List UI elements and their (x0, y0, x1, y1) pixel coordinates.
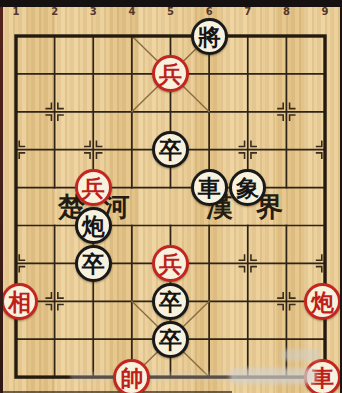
piece-black-soldier[interactable]: 卒 (152, 131, 189, 168)
file-label-3: 3 (90, 6, 97, 18)
watermark-smudge (70, 372, 235, 381)
file-label-1: 1 (13, 6, 20, 18)
xiangqi-board: 123456789 楚河 漢界 將兵卒兵車象炮卒兵相卒炮卒帥車 (0, 0, 342, 393)
watermark-smudge (281, 349, 321, 361)
file-label-5: 5 (167, 6, 174, 18)
piece-red-soldier[interactable]: 兵 (152, 245, 189, 282)
piece-red-elephant[interactable]: 相 (1, 283, 38, 320)
file-label-4: 4 (128, 6, 135, 18)
piece-red-soldier[interactable]: 兵 (75, 169, 112, 206)
piece-black-soldier[interactable]: 卒 (152, 321, 189, 358)
watermark-smudge (230, 368, 316, 384)
top-black-bar (0, 0, 342, 7)
file-label-6: 6 (206, 6, 213, 18)
piece-red-cannon[interactable]: 炮 (304, 283, 341, 320)
file-label-9: 9 (322, 6, 329, 18)
piece-black-general[interactable]: 將 (191, 18, 228, 55)
left-edge-strip (0, 7, 3, 393)
piece-red-general[interactable]: 帥 (113, 359, 150, 393)
piece-black-soldier[interactable]: 卒 (152, 283, 189, 320)
file-label-8: 8 (283, 6, 290, 18)
piece-black-soldier[interactable]: 卒 (75, 245, 112, 282)
piece-black-cannon[interactable]: 炮 (75, 207, 112, 244)
file-label-2: 2 (51, 6, 58, 18)
piece-black-chariot[interactable]: 車 (191, 169, 228, 206)
file-label-7: 7 (244, 6, 251, 18)
